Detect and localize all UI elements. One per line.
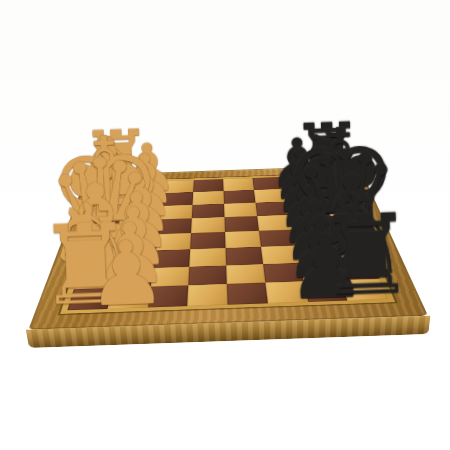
square-g4[interactable] [193,191,224,205]
perspective-scene: ♜♟♟♜♞♟♟♞♝♟♟♝♚♟♟♚♛♟♟♛♝♟♟♝♞♟♟♞♜♟♟♜ [57,64,392,399]
photo-background: ♜♟♟♜♞♟♟♞♝♟♟♝♚♟♟♚♛♟♟♛♝♟♟♝♞♟♟♞♜♟♟♜ [0,0,450,450]
square-h4[interactable] [193,179,223,192]
board-tilt-wrapper: ♜♟♟♜♞♟♟♞♝♟♟♝♚♟♟♚♛♟♟♛♝♟♟♝♞♟♟♞♜♟♟♜ [57,64,392,399]
square-g5[interactable] [224,190,256,204]
square-a8[interactable]: ♜ [342,279,388,301]
square-d5[interactable] [225,231,261,248]
square-b5[interactable] [226,264,265,284]
black-rook-a8[interactable]: ♜ [315,200,417,313]
square-a2[interactable]: ♟ [107,287,150,309]
square-e5[interactable] [224,216,258,232]
square-f4[interactable] [192,204,224,219]
board-frame: ♜♟♟♜♞♟♟♞♝♟♟♝♚♟♟♚♛♟♟♛♝♟♟♝♞♟♟♞♜♟♟♜ [28,165,428,329]
chess-board-squares: ♜♟♟♜♞♟♟♞♝♟♟♝♚♟♟♚♛♟♟♛♝♟♟♝♞♟♟♞♜♟♟♜ [67,175,388,310]
square-a4[interactable] [187,284,227,306]
square-b4[interactable] [189,265,227,285]
square-c4[interactable] [190,248,227,267]
square-c5[interactable] [226,247,263,266]
square-h5[interactable] [223,178,254,191]
square-e4[interactable] [191,217,225,233]
white-pawn-a2[interactable]: ♟ [85,228,167,319]
square-f5[interactable] [224,203,257,218]
square-d4[interactable] [190,232,225,249]
square-a5[interactable] [227,283,268,305]
chess-board: ♜♟♟♜♞♟♟♞♝♟♟♝♚♟♟♚♛♟♟♛♝♟♟♝♞♟♟♞♜♟♟♜ [28,165,428,329]
board-inner-border: ♜♟♟♜♞♟♟♞♝♟♟♝♚♟♟♚♛♟♟♛♝♟♟♝♞♟♟♞♜♟♟♜ [60,173,395,314]
